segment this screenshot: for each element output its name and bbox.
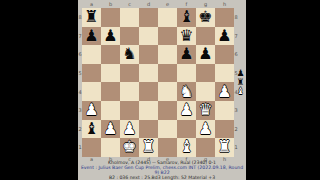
rank-label-3: 3	[234, 101, 238, 120]
black-piece-p-a7[interactable]: ♟	[84, 28, 98, 44]
square-g2[interactable]: ♟	[196, 120, 215, 139]
square-d4[interactable]	[139, 82, 158, 101]
square-a5[interactable]	[82, 64, 101, 83]
square-b7[interactable]: ♟	[101, 27, 120, 46]
square-c6[interactable]: ♞	[120, 45, 139, 64]
square-d2[interactable]	[139, 120, 158, 139]
black-piece-k-g8[interactable]: ♚	[198, 9, 212, 25]
black-piece-p-g6[interactable]: ♟	[198, 46, 212, 62]
black-piece-p-h7[interactable]: ♟	[217, 28, 231, 44]
black-piece-q-f7[interactable]: ♛	[179, 28, 193, 44]
black-piece-r-a8[interactable]: ♜	[84, 9, 98, 25]
square-f4[interactable]: ♞	[177, 82, 196, 101]
square-c1[interactable]: ♚	[120, 138, 139, 157]
square-a7[interactable]: ♟	[82, 27, 101, 46]
square-d8[interactable]	[139, 8, 158, 27]
square-d1[interactable]: ♜	[139, 138, 158, 157]
square-e4[interactable]	[158, 82, 177, 101]
file-label-f: f	[177, 1, 196, 7]
black-piece-b-a2[interactable]: ♝	[84, 121, 98, 137]
black-piece-n-c6[interactable]: ♞	[122, 46, 136, 62]
chess-board[interactable]: ♜♝♚♟♟♛♟♞♟♟♞♟♟♟♛♝♟♟♟♚♜♝♜	[82, 8, 234, 157]
square-h6[interactable]	[215, 45, 234, 64]
square-e6[interactable]	[158, 45, 177, 64]
rank-label-1: 1	[234, 138, 238, 157]
white-piece-p-g2[interactable]: ♟	[198, 121, 212, 137]
rank-label-8: 8	[234, 8, 238, 27]
file-label-g: g	[196, 1, 215, 7]
square-c5[interactable]	[120, 64, 139, 83]
square-f2[interactable]	[177, 120, 196, 139]
white-piece-p-b2[interactable]: ♟	[103, 121, 117, 137]
square-g1[interactable]	[196, 138, 215, 157]
white-piece-p-f3[interactable]: ♟	[179, 102, 193, 118]
file-label-h: h	[215, 1, 234, 7]
square-c3[interactable]	[120, 101, 139, 120]
square-g7[interactable]	[196, 27, 215, 46]
caption-event: Event : Julius Baer Gen Cup Prelim, ches…	[78, 165, 246, 175]
square-f6[interactable]: ♟	[177, 45, 196, 64]
captured-pieces-tray: ♟♜♝	[235, 69, 246, 96]
square-b1[interactable]	[101, 138, 120, 157]
caption-stats: B2 : 036 next : 25.Bd3 Length: 52 Materi…	[78, 175, 246, 180]
square-e5[interactable]	[158, 64, 177, 83]
square-b4[interactable]	[101, 82, 120, 101]
square-h4[interactable]: ♟	[215, 82, 234, 101]
white-piece-q-g3[interactable]: ♛	[198, 102, 212, 118]
white-piece-k-c1[interactable]: ♚	[122, 139, 136, 155]
white-piece-b-f1[interactable]: ♝	[179, 139, 193, 155]
file-label-e: e	[158, 1, 177, 7]
square-e1[interactable]	[158, 138, 177, 157]
square-g8[interactable]: ♚	[196, 8, 215, 27]
square-e3[interactable]	[158, 101, 177, 120]
square-h1[interactable]: ♜	[215, 138, 234, 157]
square-a2[interactable]: ♝	[82, 120, 101, 139]
square-f8[interactable]: ♝	[177, 8, 196, 27]
square-g6[interactable]: ♟	[196, 45, 215, 64]
square-f5[interactable]	[177, 64, 196, 83]
square-f3[interactable]: ♟	[177, 101, 196, 120]
square-h5[interactable]	[215, 64, 234, 83]
white-piece-p-c2[interactable]: ♟	[122, 121, 136, 137]
square-d5[interactable]	[139, 64, 158, 83]
square-f7[interactable]: ♛	[177, 27, 196, 46]
square-h8[interactable]	[215, 8, 234, 27]
square-a6[interactable]	[82, 45, 101, 64]
square-b8[interactable]	[101, 8, 120, 27]
white-piece-n-f4[interactable]: ♞	[179, 84, 193, 100]
file-label-a: a	[82, 1, 101, 7]
square-a3[interactable]: ♟	[82, 101, 101, 120]
black-piece-p-b7[interactable]: ♟	[103, 28, 117, 44]
square-f1[interactable]: ♝	[177, 138, 196, 157]
white-piece-p-h4[interactable]: ♟	[217, 84, 231, 100]
square-b2[interactable]: ♟	[101, 120, 120, 139]
white-piece-r-h1[interactable]: ♜	[217, 139, 231, 155]
square-h3[interactable]	[215, 101, 234, 120]
caption: Kholmov, A (2445) -- Samarov, Rual (2340…	[78, 160, 246, 180]
captured-white-bishop: ♝	[236, 87, 244, 96]
square-c2[interactable]: ♟	[120, 120, 139, 139]
rank-label-6: 6	[234, 45, 238, 64]
square-e8[interactable]	[158, 8, 177, 27]
file-label-d: d	[139, 1, 158, 7]
square-d6[interactable]	[139, 45, 158, 64]
square-h2[interactable]	[215, 120, 234, 139]
white-piece-p-a3[interactable]: ♟	[84, 102, 98, 118]
file-label-b: b	[101, 1, 120, 7]
file-label-c: c	[120, 1, 139, 7]
square-c7[interactable]	[120, 27, 139, 46]
square-d3[interactable]	[139, 101, 158, 120]
square-a8[interactable]: ♜	[82, 8, 101, 27]
square-g3[interactable]: ♛	[196, 101, 215, 120]
square-h7[interactable]: ♟	[215, 27, 234, 46]
square-e7[interactable]	[158, 27, 177, 46]
square-b3[interactable]	[101, 101, 120, 120]
file-labels-top: abcdefgh	[82, 1, 234, 7]
rank-label-7: 7	[234, 27, 238, 46]
square-b5[interactable]	[101, 64, 120, 83]
square-c8[interactable]	[120, 8, 139, 27]
square-d7[interactable]	[139, 27, 158, 46]
square-c4[interactable]	[120, 82, 139, 101]
square-b6[interactable]	[101, 45, 120, 64]
square-g4[interactable]	[196, 82, 215, 101]
black-piece-b-f8[interactable]: ♝	[179, 9, 193, 25]
white-piece-r-d1[interactable]: ♜	[141, 139, 155, 155]
square-e2[interactable]	[158, 120, 177, 139]
square-a4[interactable]	[82, 82, 101, 101]
rank-label-2: 2	[234, 120, 238, 139]
square-a1[interactable]	[82, 138, 101, 157]
black-piece-p-f6[interactable]: ♟	[179, 46, 193, 62]
square-g5[interactable]	[196, 64, 215, 83]
